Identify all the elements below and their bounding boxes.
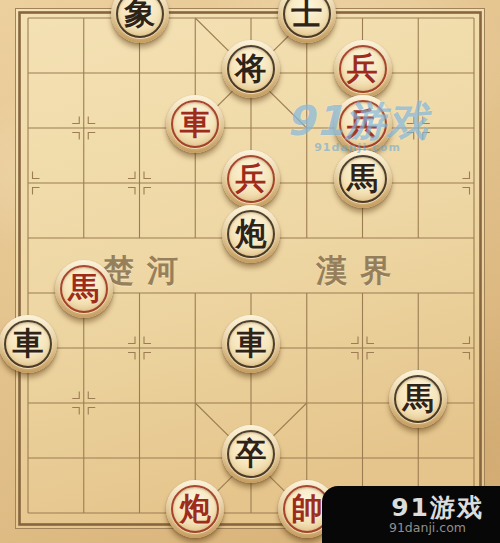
piece-glyph: 兵 (347, 108, 378, 139)
piece-black[interactable]: 卒 (222, 425, 280, 483)
piece-black[interactable]: 馬 (389, 370, 447, 428)
piece-red[interactable]: 炮 (166, 480, 224, 538)
piece-black[interactable]: 士 (278, 0, 336, 43)
piece-black[interactable]: 馬 (334, 150, 392, 208)
piece-glyph: 兵 (347, 53, 378, 84)
piece-red[interactable]: 兵 (334, 95, 392, 153)
piece-black[interactable]: 車 (0, 315, 57, 373)
piece-glyph: 車 (13, 328, 44, 359)
piece-red[interactable]: 兵 (222, 150, 280, 208)
piece-glyph: 馬 (347, 163, 378, 194)
corner-watermark: 91游戏 91danji.com (322, 486, 500, 543)
piece-glyph: 帥 (291, 493, 322, 524)
piece-glyph: 卒 (236, 438, 267, 469)
piece-glyph: 車 (236, 328, 267, 359)
piece-glyph: 車 (180, 108, 211, 139)
piece-black[interactable]: 将 (222, 40, 280, 98)
corner-watermark-logo: 91游戏 (322, 495, 484, 521)
corner-watermark-url: 91danji.com (322, 521, 466, 535)
piece-glyph: 兵 (236, 163, 267, 194)
piece-red[interactable]: 馬 (55, 260, 113, 318)
piece-glyph: 馬 (403, 383, 434, 414)
piece-glyph: 馬 (68, 273, 99, 304)
piece-glyph: 象 (124, 0, 155, 29)
piece-glyph: 炮 (180, 493, 211, 524)
piece-red[interactable]: 車 (166, 95, 224, 153)
piece-glyph: 炮 (236, 218, 267, 249)
piece-black[interactable]: 炮 (222, 205, 280, 263)
piece-red[interactable]: 兵 (334, 40, 392, 98)
piece-glyph: 士 (291, 0, 322, 29)
pieces-layer: 象士将兵車兵兵馬炮馬車車馬卒炮帥 (0, 0, 500, 543)
piece-black[interactable]: 象 (111, 0, 169, 43)
piece-black[interactable]: 車 (222, 315, 280, 373)
piece-glyph: 将 (236, 53, 267, 84)
game-screen: 楚河 漢界 象士将兵車兵兵馬炮馬車車馬卒炮帥 91游戏 91danji.com … (0, 0, 500, 543)
